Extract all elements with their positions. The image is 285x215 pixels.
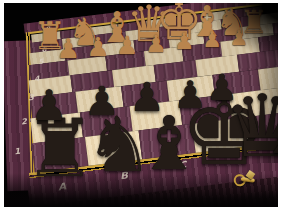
hardware-layer xyxy=(4,3,278,207)
brass-latch-icon[interactable] xyxy=(230,167,264,196)
product-photo: ABCDEFGH12345678 ♜♞♝♚♛♝♟♟♟♟♟♜♞♝♛♚♝♞♜♟♟♟♟… xyxy=(0,0,285,215)
chessboard-photo: ABCDEFGH12345678 ♜♞♝♚♛♝♟♟♟♟♟♜♞♝♛♚♝♞♜♟♟♟♟… xyxy=(4,3,278,207)
